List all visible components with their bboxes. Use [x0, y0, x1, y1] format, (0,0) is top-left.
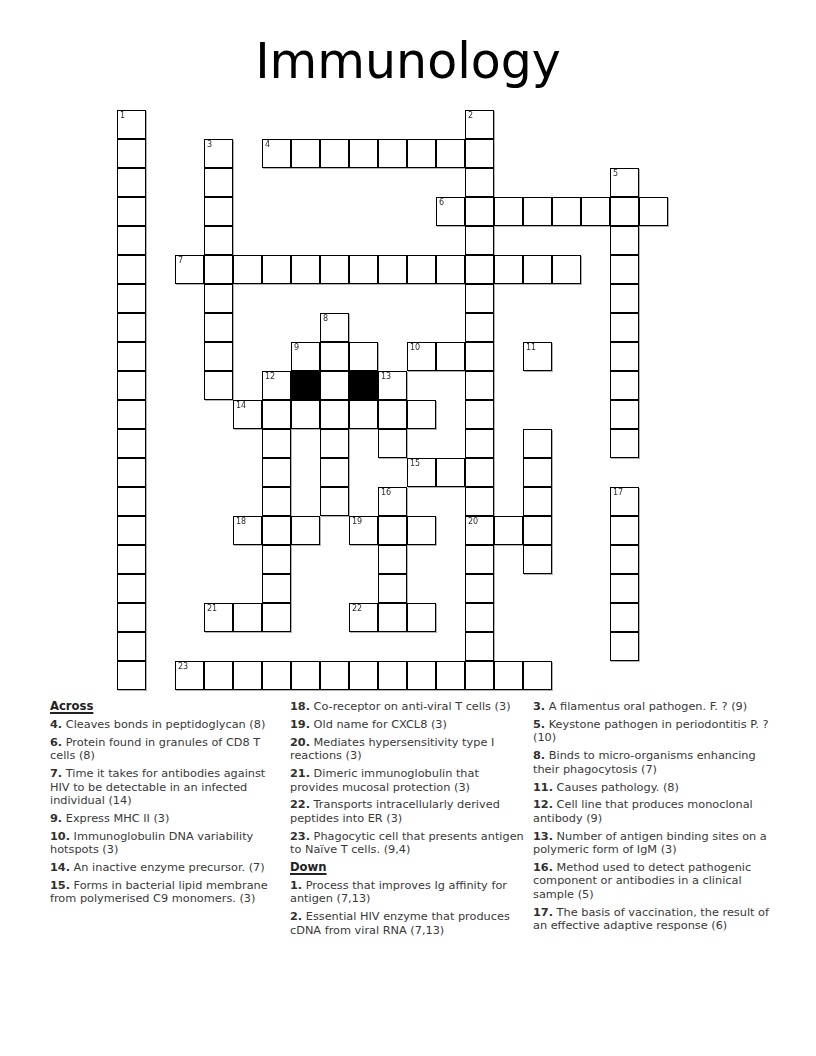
- grid-cell[interactable]: [523, 487, 552, 516]
- crossword-board: 1234567891011121314151617181920212223: [117, 110, 668, 690]
- grid-cell[interactable]: [262, 255, 291, 284]
- grid-cell[interactable]: [407, 400, 436, 429]
- grid-cell[interactable]: [465, 168, 494, 197]
- clue-item: 4. Cleaves bonds in peptidoglycan (8): [50, 718, 284, 731]
- clue-number: 13.: [533, 830, 553, 843]
- grid-cell[interactable]: [494, 661, 523, 690]
- grid-cell[interactable]: [465, 429, 494, 458]
- clue-number: 19.: [290, 718, 310, 731]
- clue-number-label: 3: [207, 140, 212, 150]
- grid-cell[interactable]: [262, 661, 291, 690]
- clue-item: 14. An inactive enzyme precursor. (7): [50, 861, 284, 874]
- grid-cell[interactable]: [465, 371, 494, 400]
- clue-number-label: 8: [323, 314, 328, 324]
- clue-number: 16.: [533, 861, 553, 874]
- grid-cell[interactable]: [204, 342, 233, 371]
- grid-cell[interactable]: [465, 342, 494, 371]
- clue-item: 10. Immunoglobulin DNA variability hotsp…: [50, 830, 284, 857]
- grid-cell[interactable]: [117, 226, 146, 255]
- grid-cell[interactable]: [407, 255, 436, 284]
- clue-number: 1.: [290, 879, 302, 892]
- grid-cell[interactable]: 12: [262, 371, 291, 400]
- clue-item: 5. Keystone pathogen in periodontitis P.…: [533, 718, 773, 745]
- blocked-cell: [291, 371, 320, 400]
- clue-item: 8. Binds to micro-organisms enhancing th…: [533, 749, 773, 776]
- clue-item: 16. Method used to detect pathogenic com…: [533, 861, 773, 901]
- clue-number: 17.: [533, 906, 553, 919]
- grid-cell[interactable]: [233, 255, 262, 284]
- grid-cell[interactable]: [320, 429, 349, 458]
- grid-cell[interactable]: [436, 139, 465, 168]
- grid-cell[interactable]: [436, 255, 465, 284]
- grid-cell[interactable]: 7: [175, 255, 204, 284]
- grid-cell[interactable]: [436, 661, 465, 690]
- clue-item: 17. The basis of vaccination, the result…: [533, 906, 773, 933]
- grid-cell[interactable]: [349, 139, 378, 168]
- clue-number: 8.: [533, 749, 545, 762]
- clue-number: 10.: [50, 830, 70, 843]
- grid-cell[interactable]: [291, 139, 320, 168]
- puzzle-title: Immunology: [0, 32, 816, 92]
- grid-cell[interactable]: [320, 255, 349, 284]
- clue-item: 2. Essential HIV enzyme that produces cD…: [290, 910, 527, 937]
- grid-cell[interactable]: [407, 139, 436, 168]
- grid-cell[interactable]: 14: [233, 400, 262, 429]
- clue-number-label: 6: [439, 198, 444, 208]
- grid-cell[interactable]: 10: [407, 342, 436, 371]
- grid-cell[interactable]: [465, 661, 494, 690]
- grid-cell[interactable]: 11: [523, 342, 552, 371]
- grid-cell[interactable]: [378, 139, 407, 168]
- grid-cell[interactable]: [407, 516, 436, 545]
- clue-number-label: 21: [207, 604, 217, 614]
- grid-cell[interactable]: [204, 226, 233, 255]
- clue-number: 7.: [50, 767, 62, 780]
- grid-cell[interactable]: [378, 545, 407, 574]
- grid-cell[interactable]: [262, 603, 291, 632]
- grid-cell[interactable]: [465, 603, 494, 632]
- down-header: Down: [290, 861, 527, 874]
- grid-cell[interactable]: 5: [610, 168, 639, 197]
- clue-item: 23. Phagocytic cell that presents antige…: [290, 830, 527, 857]
- grid-cell[interactable]: [407, 603, 436, 632]
- grid-cell[interactable]: [117, 284, 146, 313]
- clue-number: 12.: [533, 798, 553, 811]
- grid-cell[interactable]: 23: [175, 661, 204, 690]
- grid-cell[interactable]: [465, 574, 494, 603]
- clue-number-label: 4: [265, 140, 270, 150]
- grid-cell[interactable]: [291, 255, 320, 284]
- clue-item: 20. Mediates hypersensitivity type I rea…: [290, 736, 527, 763]
- grid-cell[interactable]: [349, 661, 378, 690]
- clue-number: 15.: [50, 879, 70, 892]
- clue-column-2: 18. Co-receptor on anti-viral T cells (3…: [290, 700, 527, 942]
- grid-cell[interactable]: [436, 342, 465, 371]
- grid-cell[interactable]: [378, 603, 407, 632]
- grid-cell[interactable]: [465, 197, 494, 226]
- clue-number: 5.: [533, 718, 545, 731]
- grid-cell[interactable]: [407, 661, 436, 690]
- grid-cell[interactable]: [117, 371, 146, 400]
- grid-cell[interactable]: [320, 661, 349, 690]
- clue-item: 12. Cell line that produces monoclonal a…: [533, 798, 773, 825]
- grid-cell[interactable]: [349, 400, 378, 429]
- grid-cell[interactable]: [204, 255, 233, 284]
- grid-cell[interactable]: [494, 516, 523, 545]
- grid-cell[interactable]: 18: [233, 516, 262, 545]
- clue-number: 2.: [290, 910, 302, 923]
- grid-cell[interactable]: [262, 400, 291, 429]
- grid-cell[interactable]: [204, 371, 233, 400]
- clue-item: 6. Protein found in granules of CD8 T ce…: [50, 736, 284, 763]
- clue-number: 20.: [290, 736, 310, 749]
- grid-cell[interactable]: [610, 226, 639, 255]
- grid-cell[interactable]: 3: [204, 139, 233, 168]
- clue-number-label: 2: [468, 111, 473, 121]
- grid-cell[interactable]: [523, 255, 552, 284]
- clue-number-label: 13: [381, 372, 391, 382]
- grid-cell[interactable]: [494, 197, 523, 226]
- clue-number-label: 10: [410, 343, 420, 353]
- grid-cell[interactable]: [320, 371, 349, 400]
- grid-cell[interactable]: [378, 661, 407, 690]
- grid-cell[interactable]: [117, 661, 146, 690]
- grid-cell[interactable]: [233, 661, 262, 690]
- grid-cell[interactable]: [320, 400, 349, 429]
- clue-item: 15. Forms in bacterial lipid membrane fr…: [50, 879, 284, 906]
- clue-number-label: 12: [265, 372, 275, 382]
- grid-cell[interactable]: [523, 429, 552, 458]
- clue-number: 9.: [50, 812, 62, 825]
- grid-cell[interactable]: [117, 487, 146, 516]
- grid-cell[interactable]: 9: [291, 342, 320, 371]
- grid-cell[interactable]: [610, 255, 639, 284]
- grid-cell[interactable]: [204, 197, 233, 226]
- grid-cell[interactable]: [465, 226, 494, 255]
- grid-cell[interactable]: [465, 313, 494, 342]
- grid-cell[interactable]: [610, 603, 639, 632]
- grid-cell[interactable]: 2: [465, 110, 494, 139]
- grid-cell[interactable]: [262, 487, 291, 516]
- clue-number: 14.: [50, 861, 70, 874]
- grid-cell[interactable]: [117, 197, 146, 226]
- grid-cell[interactable]: [320, 342, 349, 371]
- grid-cell[interactable]: 16: [378, 487, 407, 516]
- grid-cell[interactable]: [494, 255, 523, 284]
- grid-cell[interactable]: [117, 574, 146, 603]
- grid-cell[interactable]: 19: [349, 516, 378, 545]
- grid-cell[interactable]: [523, 661, 552, 690]
- grid-cell[interactable]: [581, 197, 610, 226]
- grid-cell[interactable]: [262, 574, 291, 603]
- grid-cell[interactable]: [465, 487, 494, 516]
- grid-cell[interactable]: 13: [378, 371, 407, 400]
- grid-cell[interactable]: [378, 400, 407, 429]
- clue-number-label: 17: [613, 488, 623, 498]
- grid-cell[interactable]: [117, 458, 146, 487]
- clue-number-label: 9: [294, 343, 299, 353]
- grid-cell[interactable]: [204, 284, 233, 313]
- grid-cell[interactable]: [117, 313, 146, 342]
- clue-item: 3. A filamentus oral pathogen. F. ? (9): [533, 700, 773, 713]
- grid-cell[interactable]: [610, 284, 639, 313]
- across-header: Across: [50, 700, 284, 713]
- grid-cell[interactable]: [610, 516, 639, 545]
- grid-cell[interactable]: [349, 255, 378, 284]
- grid-cell[interactable]: 17: [610, 487, 639, 516]
- clue-number-label: 15: [410, 459, 420, 469]
- grid-cell[interactable]: [378, 516, 407, 545]
- grid-cell[interactable]: [610, 632, 639, 661]
- grid-cell[interactable]: [320, 458, 349, 487]
- clue-number-label: 19: [352, 517, 362, 527]
- grid-cell[interactable]: [117, 255, 146, 284]
- clue-number-label: 11: [526, 343, 536, 353]
- grid-cell[interactable]: [610, 197, 639, 226]
- grid-cell[interactable]: [349, 342, 378, 371]
- clue-item: 13. Number of antigen binding sites on a…: [533, 830, 773, 857]
- grid-cell[interactable]: [204, 168, 233, 197]
- grid-cell[interactable]: 20: [465, 516, 494, 545]
- blocked-cell: [349, 371, 378, 400]
- grid-cell[interactable]: [465, 458, 494, 487]
- grid-cell[interactable]: [639, 197, 668, 226]
- grid-cell[interactable]: [610, 371, 639, 400]
- grid-cell[interactable]: [465, 545, 494, 574]
- grid-cell[interactable]: [291, 516, 320, 545]
- clue-number-label: 23: [178, 662, 188, 672]
- grid-cell[interactable]: [262, 516, 291, 545]
- clue-number: 23.: [290, 830, 310, 843]
- grid-cell[interactable]: [378, 574, 407, 603]
- grid-cell[interactable]: [610, 429, 639, 458]
- grid-cell[interactable]: [610, 400, 639, 429]
- grid-cell[interactable]: [233, 603, 262, 632]
- grid-cell[interactable]: [610, 545, 639, 574]
- grid-cell[interactable]: 6: [436, 197, 465, 226]
- clue-number-label: 7: [178, 256, 183, 266]
- grid-cell[interactable]: [117, 168, 146, 197]
- grid-cell[interactable]: [291, 661, 320, 690]
- grid-cell[interactable]: [320, 487, 349, 516]
- grid-cell[interactable]: [262, 458, 291, 487]
- clue-number: 21.: [290, 767, 310, 780]
- clue-item: 1. Process that improves Ig affinity for…: [290, 879, 527, 906]
- clue-number-label: 1: [120, 111, 125, 121]
- grid-cell[interactable]: [204, 661, 233, 690]
- clue-item: 18. Co-receptor on anti-viral T cells (3…: [290, 700, 527, 713]
- clue-column-1: Across4. Cleaves bonds in peptidoglycan …: [50, 700, 284, 910]
- clue-number-label: 16: [381, 488, 391, 498]
- grid-cell[interactable]: 15: [407, 458, 436, 487]
- grid-cell[interactable]: [552, 197, 581, 226]
- grid-cell[interactable]: [465, 139, 494, 168]
- grid-cell[interactable]: [523, 545, 552, 574]
- grid-cell[interactable]: [523, 197, 552, 226]
- grid-cell[interactable]: [436, 458, 465, 487]
- grid-cell[interactable]: 8: [320, 313, 349, 342]
- grid-cell[interactable]: [610, 342, 639, 371]
- grid-cell[interactable]: [117, 342, 146, 371]
- clue-number: 11.: [533, 781, 553, 794]
- clue-number: 6.: [50, 736, 62, 749]
- grid-cell[interactable]: [117, 632, 146, 661]
- clue-number-label: 20: [468, 517, 478, 527]
- grid-cell[interactable]: 22: [349, 603, 378, 632]
- clue-item: 21. Dimeric immunoglobulin that provides…: [290, 767, 527, 794]
- grid-cell[interactable]: [465, 284, 494, 313]
- clue-number: 4.: [50, 718, 62, 731]
- grid-cell[interactable]: [117, 139, 146, 168]
- clue-column-3: 3. A filamentus oral pathogen. F. ? (9)5…: [533, 700, 773, 937]
- grid-cell[interactable]: [465, 400, 494, 429]
- grid-cell[interactable]: 4: [262, 139, 291, 168]
- grid-cell[interactable]: [291, 400, 320, 429]
- grid-cell[interactable]: [117, 400, 146, 429]
- clue-number: 3.: [533, 700, 545, 713]
- grid-cell[interactable]: [610, 574, 639, 603]
- grid-cell[interactable]: [378, 255, 407, 284]
- clue-number: 18.: [290, 700, 310, 713]
- grid-cell[interactable]: [262, 545, 291, 574]
- grid-cell[interactable]: 21: [204, 603, 233, 632]
- clue-item: 19. Old name for CXCL8 (3): [290, 718, 527, 731]
- clue-item: 9. Express MHC II (3): [50, 812, 284, 825]
- grid-cell[interactable]: [465, 632, 494, 661]
- clue-number-label: 14: [236, 401, 246, 411]
- clue-number-label: 5: [613, 169, 618, 179]
- clue-number-label: 18: [236, 517, 246, 527]
- grid-cell[interactable]: [523, 458, 552, 487]
- grid-cell[interactable]: [117, 603, 146, 632]
- clue-item: 7. Time it takes for antibodies against …: [50, 767, 284, 807]
- grid-cell[interactable]: [204, 313, 233, 342]
- grid-cell[interactable]: [320, 139, 349, 168]
- clue-number-label: 22: [352, 604, 362, 614]
- grid-cell[interactable]: [610, 313, 639, 342]
- grid-cell[interactable]: 1: [117, 110, 146, 139]
- grid-cell[interactable]: [378, 429, 407, 458]
- grid-cell[interactable]: [117, 429, 146, 458]
- grid-cell[interactable]: [523, 516, 552, 545]
- grid-cell[interactable]: [262, 429, 291, 458]
- grid-cell[interactable]: [117, 516, 146, 545]
- clue-number: 22.: [290, 798, 310, 811]
- clue-item: 11. Causes pathology. (8): [533, 781, 773, 794]
- grid-cell[interactable]: [465, 255, 494, 284]
- clue-item: 22. Transports intracellularly derived p…: [290, 798, 527, 825]
- grid-cell[interactable]: [552, 255, 581, 284]
- grid-cell[interactable]: [117, 545, 146, 574]
